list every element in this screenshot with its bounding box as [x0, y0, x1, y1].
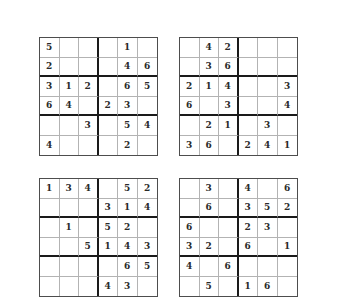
cell-r4c5: 3 [118, 97, 138, 117]
cell-r4c3 [219, 238, 239, 258]
cell-r5c1 [40, 257, 60, 277]
cell-r5c1 [40, 116, 60, 136]
cell-r2c3: 6 [219, 58, 239, 78]
cell-r3c6: 3 [278, 77, 298, 97]
cell-r1c3: 2 [219, 38, 239, 58]
cell-r3c4 [239, 77, 259, 97]
cell-r5c6: 5 [138, 257, 158, 277]
cell-r2c5: 5 [258, 199, 278, 219]
cell-r6c1 [40, 277, 60, 297]
cell-r6c6 [278, 277, 298, 297]
cell-r5c1: 4 [180, 257, 200, 277]
cell-r1c1: 1 [40, 179, 60, 199]
cell-r6c4: 4 [99, 277, 119, 297]
cell-r5c4 [99, 257, 119, 277]
sudoku-worksheet: 5124631265642335442 4236214363421336241 … [0, 0, 354, 300]
cell-r1c6: 6 [278, 179, 298, 199]
cell-r6c1: 4 [40, 136, 60, 156]
cell-r5c3: 6 [219, 257, 239, 277]
cell-r4c5: 4 [118, 238, 138, 258]
cell-r4c2 [200, 97, 220, 117]
cell-r2c4: 3 [99, 199, 119, 219]
cell-r3c2: 1 [60, 218, 80, 238]
sudoku-board-2: 4236214363421336241 [179, 37, 298, 156]
cell-r3c5: 3 [258, 218, 278, 238]
cell-r5c4 [99, 116, 119, 136]
cell-r2c5: 1 [118, 199, 138, 219]
cell-r4c6: 1 [278, 238, 298, 258]
cell-r5c3: 3 [79, 116, 99, 136]
cell-r4c1: 6 [40, 97, 60, 117]
cell-r3c3 [79, 218, 99, 238]
cell-r3c2 [200, 218, 220, 238]
cell-r1c3: 4 [79, 179, 99, 199]
cell-r2c1 [40, 199, 60, 219]
cell-r6c2 [60, 136, 80, 156]
cell-r1c5 [258, 38, 278, 58]
cell-r2c6: 4 [138, 199, 158, 219]
cell-r2c2: 3 [200, 58, 220, 78]
cell-r5c5 [258, 257, 278, 277]
cell-r4c3 [79, 97, 99, 117]
cell-r3c2: 1 [60, 77, 80, 97]
cell-r1c1: 5 [40, 38, 60, 58]
cell-r1c5 [258, 179, 278, 199]
cell-r3c5: 2 [118, 218, 138, 238]
cell-r2c3 [219, 199, 239, 219]
cell-r1c2: 3 [200, 179, 220, 199]
cell-r5c3 [79, 257, 99, 277]
cell-r1c1 [180, 38, 200, 58]
cell-r2c1 [180, 199, 200, 219]
cell-r6c3 [219, 136, 239, 156]
cell-r6c6: 1 [278, 136, 298, 156]
cell-r6c5: 6 [258, 277, 278, 297]
cell-r2c1: 2 [40, 58, 60, 78]
cell-r2c5 [258, 58, 278, 78]
cell-r1c4 [99, 38, 119, 58]
cell-r3c4: 5 [99, 218, 119, 238]
cell-r5c5: 3 [258, 116, 278, 136]
cell-r5c6 [278, 257, 298, 277]
cell-r4c3: 3 [219, 97, 239, 117]
cell-r5c6: 4 [138, 116, 158, 136]
cell-r4c4: 2 [99, 97, 119, 117]
cell-r3c1: 2 [180, 77, 200, 97]
cell-r4c4 [239, 97, 259, 117]
cell-r2c4: 3 [239, 199, 259, 219]
cell-r2c3 [79, 58, 99, 78]
cell-r1c6 [138, 38, 158, 58]
cell-r6c4: 2 [239, 136, 259, 156]
cell-r2c6: 2 [278, 199, 298, 219]
cell-r1c5: 1 [118, 38, 138, 58]
cell-r4c6: 3 [138, 238, 158, 258]
cell-r6c3 [79, 136, 99, 156]
cell-r4c3: 5 [79, 238, 99, 258]
cell-r6c6 [138, 136, 158, 156]
cell-r6c4 [99, 136, 119, 156]
cell-r4c2: 4 [60, 97, 80, 117]
cell-r4c1: 6 [180, 97, 200, 117]
cell-r2c3 [79, 199, 99, 219]
cell-r3c5: 6 [118, 77, 138, 97]
cell-r2c1 [180, 58, 200, 78]
cell-r3c6: 5 [138, 77, 158, 97]
cell-r5c2: 2 [200, 116, 220, 136]
cell-r6c1: 3 [180, 136, 200, 156]
cell-r6c4: 1 [239, 277, 259, 297]
sudoku-board-3: 1345231415251436543 [39, 178, 158, 297]
cell-r5c2 [60, 116, 80, 136]
cell-r1c5: 5 [118, 179, 138, 199]
cell-r3c1 [40, 218, 60, 238]
cell-r6c1 [180, 277, 200, 297]
cell-r5c5: 5 [118, 116, 138, 136]
cell-r4c4: 1 [99, 238, 119, 258]
cell-r1c4: 4 [239, 179, 259, 199]
cell-r1c1 [180, 179, 200, 199]
cell-r4c2: 2 [200, 238, 220, 258]
cell-r3c1: 3 [40, 77, 60, 97]
cell-r6c2 [60, 277, 80, 297]
cell-r2c2: 6 [200, 199, 220, 219]
cell-r3c1: 6 [180, 218, 200, 238]
cell-r2c2 [60, 199, 80, 219]
cell-r4c1: 3 [180, 238, 200, 258]
cell-r2c6 [278, 58, 298, 78]
cell-r1c2 [60, 38, 80, 58]
cell-r4c6: 4 [278, 97, 298, 117]
cell-r4c4: 6 [239, 238, 259, 258]
cell-r6c2: 6 [200, 136, 220, 156]
cell-r5c5: 6 [118, 257, 138, 277]
cell-r1c6 [278, 38, 298, 58]
cell-r3c3 [219, 218, 239, 238]
cell-r4c5 [258, 97, 278, 117]
cell-r2c4 [239, 58, 259, 78]
cell-r3c4: 2 [239, 218, 259, 238]
sudoku-board-4: 3466352623326146516 [179, 178, 298, 297]
cell-r6c5: 2 [118, 136, 138, 156]
cell-r4c6 [138, 97, 158, 117]
cell-r5c4 [239, 116, 259, 136]
cell-r1c3 [79, 38, 99, 58]
cell-r5c4 [239, 257, 259, 277]
cell-r6c6 [138, 277, 158, 297]
cell-r3c2: 1 [200, 77, 220, 97]
cell-r6c3 [219, 277, 239, 297]
cell-r1c2: 4 [200, 38, 220, 58]
cell-r4c2 [60, 238, 80, 258]
cell-r2c5: 4 [118, 58, 138, 78]
cell-r3c4 [99, 77, 119, 97]
cell-r2c6: 6 [138, 58, 158, 78]
cell-r3c6 [138, 218, 158, 238]
cell-r1c4 [99, 179, 119, 199]
cell-r6c3 [79, 277, 99, 297]
cell-r3c5 [258, 77, 278, 97]
sudoku-board-1: 5124631265642335442 [39, 37, 158, 156]
cell-r1c2: 3 [60, 179, 80, 199]
cell-r4c1 [40, 238, 60, 258]
cell-r3c3: 2 [79, 77, 99, 97]
cell-r5c6 [278, 116, 298, 136]
cell-r5c2 [200, 257, 220, 277]
cell-r5c2 [60, 257, 80, 277]
cell-r3c6 [278, 218, 298, 238]
cell-r2c4 [99, 58, 119, 78]
cell-r3c3: 4 [219, 77, 239, 97]
cell-r6c5: 3 [118, 277, 138, 297]
cell-r1c4 [239, 38, 259, 58]
cell-r1c6: 2 [138, 179, 158, 199]
cell-r6c2: 5 [200, 277, 220, 297]
cell-r6c5: 4 [258, 136, 278, 156]
cell-r5c1 [180, 116, 200, 136]
cell-r4c5 [258, 238, 278, 258]
cell-r5c3: 1 [219, 116, 239, 136]
cell-r2c2 [60, 58, 80, 78]
cell-r1c3 [219, 179, 239, 199]
